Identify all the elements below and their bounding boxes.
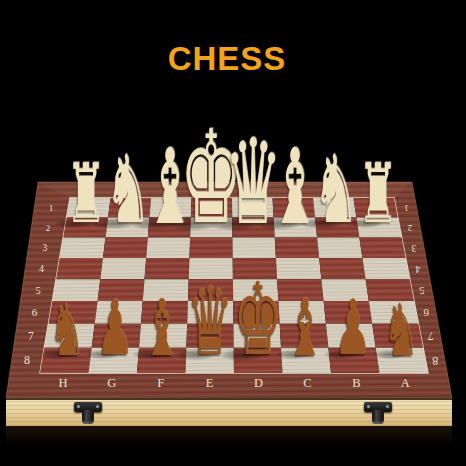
file-label-e: E bbox=[206, 376, 214, 390]
rank-label-right-5: 5 bbox=[419, 285, 424, 296]
rank-label-right-7: 7 bbox=[427, 330, 433, 342]
latch-clasp-left-icon bbox=[74, 402, 102, 412]
border-top-band bbox=[38, 182, 412, 198]
screw-icon bbox=[77, 405, 80, 408]
screw-icon bbox=[386, 405, 389, 408]
rank-label-right-4: 4 bbox=[415, 264, 420, 275]
rank-label-left-6: 6 bbox=[32, 306, 38, 318]
rank-label-right-6: 6 bbox=[423, 307, 429, 319]
screw-icon bbox=[367, 405, 370, 408]
file-label-g: G bbox=[107, 376, 116, 390]
rank-label-left-3: 3 bbox=[42, 243, 47, 253]
rank-label-left-1: 1 bbox=[49, 203, 53, 213]
file-label-c: C bbox=[303, 376, 311, 390]
file-label-d: D bbox=[254, 376, 263, 390]
rank-label-right-2: 2 bbox=[408, 223, 413, 233]
hasp-icon bbox=[372, 410, 384, 424]
latch-clasp-right-icon bbox=[364, 402, 392, 412]
rank-label-right-1: 1 bbox=[404, 203, 408, 213]
rank-label-left-2: 2 bbox=[46, 223, 51, 233]
board-squares bbox=[40, 198, 428, 373]
chess-board: 1122334455667788HGFEDCBA bbox=[0, 0, 466, 466]
file-label-f: F bbox=[157, 376, 164, 390]
rank-label-left-7: 7 bbox=[28, 330, 34, 342]
file-label-a: A bbox=[401, 376, 410, 390]
rank-label-right-3: 3 bbox=[411, 243, 416, 253]
rank-label-right-8: 8 bbox=[432, 354, 438, 368]
screw-icon bbox=[96, 405, 99, 408]
chess-set-product-photo: CHESS 1122334455667788HGFEDCBA bbox=[0, 0, 466, 466]
file-label-h: H bbox=[58, 376, 67, 390]
rank-label-left-8: 8 bbox=[24, 353, 30, 367]
rank-label-left-5: 5 bbox=[35, 285, 40, 296]
hasp-icon bbox=[82, 410, 94, 424]
file-label-b: B bbox=[352, 376, 360, 390]
rank-label-left-4: 4 bbox=[39, 263, 44, 274]
